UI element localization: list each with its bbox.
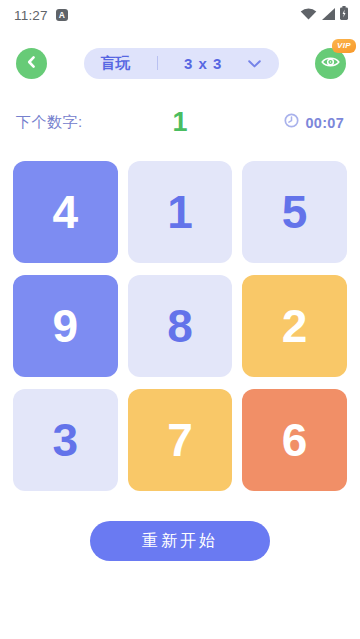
cell-r2c0[interactable]: 3 <box>13 389 118 491</box>
mode-selector[interactable]: 盲玩 3 x 3 <box>84 48 279 79</box>
vip-badge: VIP <box>332 39 356 53</box>
cell-r0c0[interactable]: 4 <box>13 161 118 263</box>
next-number-value: 1 <box>172 107 187 138</box>
status-bar-left: 11:27 A <box>14 8 68 23</box>
restart-button[interactable]: 重新开始 <box>90 521 270 561</box>
eye-icon <box>321 55 340 72</box>
chevron-down-icon <box>248 54 261 72</box>
timer-value: 00:07 <box>305 115 344 131</box>
status-bar: 11:27 A <box>0 0 360 26</box>
chevron-left-icon <box>25 55 39 72</box>
mode-label: 盲玩 <box>101 54 131 73</box>
app-notification-icon: A <box>56 9 68 21</box>
cell-r1c0[interactable]: 9 <box>13 275 118 377</box>
cell-r0c1[interactable]: 1 <box>128 161 233 263</box>
cell-signal-icon <box>322 6 335 24</box>
battery-charging-icon <box>340 6 348 24</box>
status-bar-right <box>300 6 348 24</box>
status-time: 11:27 <box>14 8 48 23</box>
cell-r2c1[interactable]: 7 <box>128 389 233 491</box>
game-board: 4 1 5 9 8 2 3 7 6 <box>13 161 347 491</box>
cell-r1c2[interactable]: 2 <box>242 275 347 377</box>
cell-r2c2[interactable]: 6 <box>242 389 347 491</box>
timer: 00:07 <box>284 113 344 132</box>
app-screen: 11:27 A 盲玩 <box>0 0 360 639</box>
back-button[interactable] <box>16 48 47 79</box>
cell-r1c1[interactable]: 8 <box>128 275 233 377</box>
pill-divider <box>157 56 158 70</box>
clock-icon <box>284 113 299 132</box>
peek-button-wrap: VIP <box>315 48 346 79</box>
next-number-label: 下个数字: <box>16 113 83 132</box>
cell-r0c2[interactable]: 5 <box>242 161 347 263</box>
wifi-icon <box>300 6 317 24</box>
info-row: 下个数字: 1 00:07 <box>16 107 344 134</box>
header: 盲玩 3 x 3 VIP <box>16 46 346 80</box>
grid-size-label: 3 x 3 <box>184 55 222 72</box>
